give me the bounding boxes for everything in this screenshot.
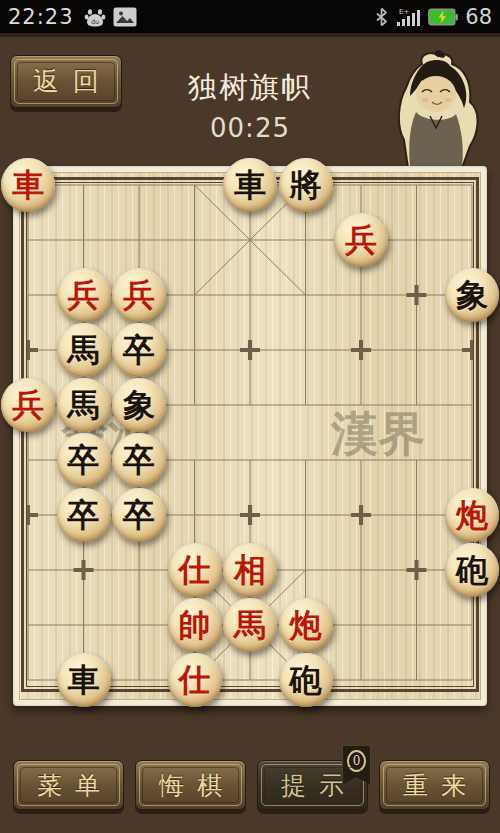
piece-black-soldier[interactable]: 卒 [112,488,166,542]
header-divider [0,33,500,37]
piece-black-elephant[interactable]: 象 [445,268,499,322]
piece-black-elephant[interactable]: 象 [112,378,166,432]
piece-red-soldier[interactable]: 兵 [334,213,388,267]
restart-button[interactable]: 重来 [379,760,490,810]
restart-button-label: 重来 [390,769,479,802]
piece-red-advisor[interactable]: 仕 [168,543,222,597]
hint-count-value: 0 [347,750,366,772]
gallery-icon [113,7,137,27]
menu-button[interactable]: 菜单 [13,760,124,810]
piece-red-soldier[interactable]: 兵 [1,378,55,432]
piece-black-chariot[interactable]: 車 [57,653,111,707]
battery-charging-icon [428,8,458,26]
piece-black-cannon[interactable]: 砲 [279,653,333,707]
piece-black-soldier[interactable]: 卒 [57,488,111,542]
piece-red-horse[interactable]: 馬 [223,598,277,652]
hint-button[interactable]: 提示 0 [257,760,368,810]
piece-red-advisor[interactable]: 仕 [168,653,222,707]
piece-black-soldier[interactable]: 卒 [112,433,166,487]
piece-black-cannon[interactable]: 砲 [445,543,499,597]
piece-red-chariot[interactable]: 車 [1,158,55,212]
clock: 22:23 [8,5,74,29]
menu-button-label: 菜单 [24,769,113,802]
battery-percent: 68 [465,5,492,29]
undo-button[interactable]: 悔棋 [135,760,246,810]
network-type-label: E+ [399,8,409,16]
piece-red-soldier[interactable]: 兵 [112,268,166,322]
xiangqi-board: 楚河 漢界 車車將兵兵兵象馬卒兵馬象卒卒卒卒炮仕相砲帥馬炮車仕砲 [13,166,487,706]
status-bar: 22:23 du E+ [0,0,500,33]
piece-black-general[interactable]: 將 [279,158,333,212]
piece-red-general[interactable]: 帥 [168,598,222,652]
piece-black-soldier[interactable]: 卒 [112,323,166,377]
xiangqi-app: { "game": "xiangqi", "position": { "fen"… [0,0,500,833]
undo-button-label: 悔棋 [146,769,235,802]
bluetooth-icon [375,7,388,27]
svg-text:du: du [90,17,98,25]
baidu-paw-icon: du [84,7,106,27]
piece-red-elephant[interactable]: 相 [223,543,277,597]
piece-black-chariot[interactable]: 車 [223,158,277,212]
piece-black-soldier[interactable]: 卒 [57,433,111,487]
piece-red-cannon[interactable]: 炮 [279,598,333,652]
piece-red-cannon[interactable]: 炮 [445,488,499,542]
signal-bars-icon: E+ [395,7,421,27]
piece-red-soldier[interactable]: 兵 [57,268,111,322]
piece-black-horse[interactable]: 馬 [57,378,111,432]
opponent-portrait [392,50,480,168]
piece-black-horse[interactable]: 馬 [57,323,111,377]
